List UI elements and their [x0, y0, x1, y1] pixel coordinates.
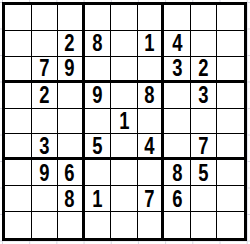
digit: 3 [172, 57, 182, 80]
cell-r4c8-given-3: 3 [191, 83, 218, 109]
cell-r7c6-empty [138, 160, 165, 186]
cell-r9c5-empty [111, 212, 138, 238]
cell-r8c7-given-6: 6 [164, 186, 191, 212]
cell-r3c8-given-2: 2 [191, 57, 218, 83]
digit: 8 [144, 83, 154, 107]
cell-r1c5-empty [111, 5, 138, 31]
digit: 2 [65, 31, 75, 55]
cell-r5c6-empty [138, 109, 165, 135]
cell-r1c4-empty [85, 5, 112, 31]
cell-r9c7-empty [164, 212, 191, 238]
cell-r2c4-given-8: 8 [85, 31, 112, 57]
digit: 9 [92, 83, 102, 107]
cell-r6c8-given-7: 7 [191, 134, 218, 160]
digit: 1 [119, 109, 129, 133]
digit: 8 [92, 31, 102, 55]
cell-r3c7-given-3: 3 [164, 57, 191, 83]
digit: 9 [39, 161, 49, 185]
cell-r1c3-empty [58, 5, 85, 31]
cell-r4c4-given-9: 9 [85, 83, 112, 109]
cell-r4c7-empty [164, 83, 191, 109]
digit: 7 [39, 57, 49, 80]
cell-r4c5-empty [111, 83, 138, 109]
cell-r4c1-empty [5, 83, 32, 109]
cell-r6c4-given-5: 5 [85, 134, 112, 160]
cell-r7c5-empty [111, 160, 138, 186]
digit: 7 [199, 134, 209, 157]
cell-r9c9-empty [217, 212, 244, 238]
cell-r8c3-given-8: 8 [58, 186, 85, 212]
digit: 4 [144, 134, 154, 157]
cell-r9c3-empty [58, 212, 85, 238]
cell-r5c7-empty [164, 109, 191, 135]
cell-r1c1-empty [5, 5, 32, 31]
cell-r2c8-empty [191, 31, 218, 57]
digit: 8 [65, 187, 75, 211]
digit: 3 [39, 134, 49, 157]
cell-r6c2-given-3: 3 [32, 134, 59, 160]
cell-r9c2-empty [32, 212, 59, 238]
cell-r2c3-given-2: 2 [58, 31, 85, 57]
cell-r4c2-given-2: 2 [32, 83, 59, 109]
cell-r8c8-empty [191, 186, 218, 212]
cell-r8c6-given-7: 7 [138, 186, 165, 212]
digit: 8 [172, 161, 182, 185]
cell-r8c4-given-1: 1 [85, 186, 112, 212]
cell-r6c9-empty [217, 134, 244, 160]
cell-r1c2-empty [32, 5, 59, 31]
cell-r8c5-empty [111, 186, 138, 212]
cell-r8c2-empty [32, 186, 59, 212]
digit: 5 [199, 161, 209, 185]
cell-r3c6-empty [138, 57, 165, 83]
digit: 3 [199, 83, 209, 107]
cell-r9c6-empty [138, 212, 165, 238]
digit: 4 [172, 31, 182, 55]
cell-r7c1-empty [5, 160, 32, 186]
cell-r7c4-empty [85, 160, 112, 186]
cell-r7c8-given-5: 5 [191, 160, 218, 186]
cell-r2c1-empty [5, 31, 32, 57]
cell-r3c2-given-7: 7 [32, 57, 59, 83]
cell-r4c6-given-8: 8 [138, 83, 165, 109]
cell-r3c4-empty [85, 57, 112, 83]
digit: 6 [65, 161, 75, 185]
cell-r1c7-empty [164, 5, 191, 31]
cell-r6c5-empty [111, 134, 138, 160]
cell-r3c5-empty [111, 57, 138, 83]
cell-r2c5-empty [111, 31, 138, 57]
sudoku-board: 2814793229831354796858176 [2, 2, 247, 241]
cell-r6c6-given-4: 4 [138, 134, 165, 160]
cell-r1c8-empty [191, 5, 218, 31]
digit: 5 [92, 134, 102, 157]
cell-r1c9-empty [217, 5, 244, 31]
digit: 6 [172, 187, 182, 211]
cell-r7c3-given-6: 6 [58, 160, 85, 186]
cell-r2c7-given-4: 4 [164, 31, 191, 57]
cell-r9c4-empty [85, 212, 112, 238]
cell-r7c7-given-8: 8 [164, 160, 191, 186]
cell-r5c3-empty [58, 109, 85, 135]
cell-r6c3-empty [58, 134, 85, 160]
cell-r5c5-given-1: 1 [111, 109, 138, 135]
cell-r5c9-empty [217, 109, 244, 135]
cell-r6c7-empty [164, 134, 191, 160]
cell-r6c1-empty [5, 134, 32, 160]
cell-r7c9-empty [217, 160, 244, 186]
cell-r9c8-empty [191, 212, 218, 238]
cell-r5c2-empty [32, 109, 59, 135]
cell-r3c3-given-9: 9 [58, 57, 85, 83]
cell-r3c9-empty [217, 57, 244, 83]
sudoku-page: 2814793229831354796858176 [0, 0, 250, 244]
cell-r9c1-empty [5, 212, 32, 238]
cell-r2c9-empty [217, 31, 244, 57]
cell-r4c3-empty [58, 83, 85, 109]
cell-r1c6-empty [138, 5, 165, 31]
cell-r3c1-empty [5, 57, 32, 83]
digit: 2 [39, 83, 49, 107]
cell-r7c2-given-9: 9 [32, 160, 59, 186]
digit: 9 [65, 57, 75, 80]
digit: 2 [199, 57, 209, 80]
cell-r8c9-empty [217, 186, 244, 212]
cell-r5c1-empty [5, 109, 32, 135]
digit: 1 [92, 187, 102, 211]
cell-r2c2-empty [32, 31, 59, 57]
cell-r8c1-empty [5, 186, 32, 212]
cell-r4c9-empty [217, 83, 244, 109]
digit: 1 [144, 31, 154, 55]
cell-r5c4-empty [85, 109, 112, 135]
digit: 7 [144, 187, 154, 211]
cell-r2c6-given-1: 1 [138, 31, 165, 57]
cell-r5c8-empty [191, 109, 218, 135]
